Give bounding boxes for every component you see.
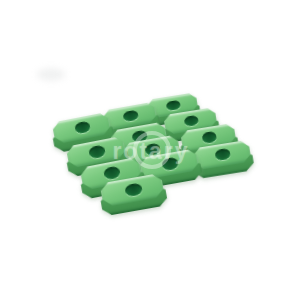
product-photo-canvas: rotary bbox=[0, 0, 300, 300]
pads-layer bbox=[0, 0, 300, 300]
